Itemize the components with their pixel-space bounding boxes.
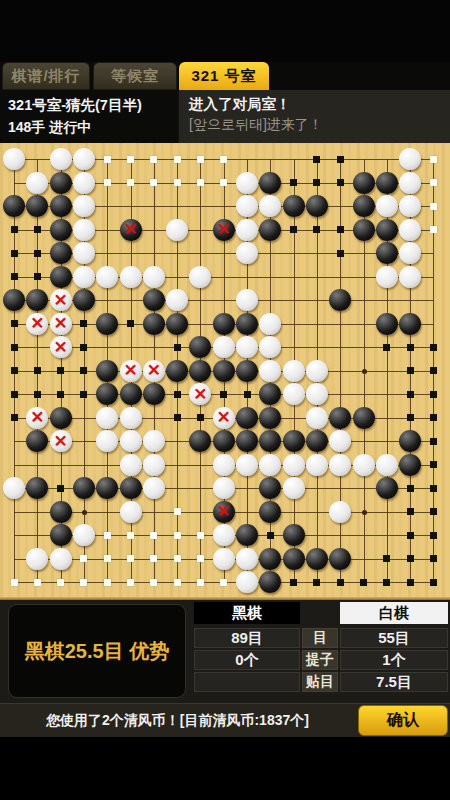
black-stone	[50, 195, 72, 217]
white-territory-marker	[430, 179, 437, 186]
black-territory-marker	[197, 414, 204, 421]
white-stone	[236, 219, 258, 241]
white-stone	[26, 548, 48, 570]
black-stone	[283, 195, 305, 217]
black-stone	[143, 383, 165, 405]
black-territory-marker	[11, 414, 18, 421]
white-stone	[236, 336, 258, 358]
white-territory-marker	[197, 579, 204, 586]
black-stone	[73, 289, 95, 311]
white-territory-value: 55目	[340, 628, 448, 648]
black-territory-marker	[313, 179, 320, 186]
move-status: 148手 进行中	[8, 116, 178, 138]
black-territory-marker	[34, 226, 41, 233]
white-stone	[306, 383, 328, 405]
white-stone	[259, 454, 281, 476]
black-stone	[259, 548, 281, 570]
dead-stone-x-mark: ✕	[26, 313, 48, 335]
white-territory-marker	[127, 156, 134, 163]
tab-room-321[interactable]: 321 号室	[179, 62, 269, 90]
room-info: 321号室-猜先(7目半) 148手 进行中	[8, 94, 178, 138]
white-stone	[213, 548, 235, 570]
white-territory-marker	[127, 555, 134, 562]
white-stone	[73, 148, 95, 170]
white-stone	[120, 266, 142, 288]
black-komi-value	[194, 672, 300, 692]
black-territory-marker	[220, 391, 227, 398]
black-stone	[236, 430, 258, 452]
black-stone	[143, 289, 165, 311]
black-stone	[189, 360, 211, 382]
star-point	[362, 369, 367, 374]
white-stone	[120, 407, 142, 429]
black-territory-marker	[337, 226, 344, 233]
black-stone	[166, 360, 188, 382]
room-title: 321号室-猜先(7目半)	[8, 94, 178, 116]
black-territory-marker	[80, 367, 87, 374]
black-territory-marker	[290, 579, 297, 586]
black-territory-marker	[430, 391, 437, 398]
white-stone	[120, 501, 142, 523]
white-stone	[236, 548, 258, 570]
white-stone	[189, 266, 211, 288]
black-territory-marker	[57, 367, 64, 374]
star-point	[362, 510, 367, 515]
black-territory-marker	[80, 320, 87, 327]
white-stone	[143, 266, 165, 288]
dead-stone-x-mark: ✕	[50, 289, 72, 311]
black-stone	[259, 383, 281, 405]
black-stone	[376, 477, 398, 499]
dead-stone-x-mark: ✕	[120, 219, 142, 241]
white-territory-marker	[174, 532, 181, 539]
white-stone	[376, 454, 398, 476]
white-territory-marker	[127, 532, 134, 539]
white-territory-marker	[197, 555, 204, 562]
white-stone	[120, 454, 142, 476]
white-stone	[283, 477, 305, 499]
white-stone	[376, 266, 398, 288]
black-stone	[259, 430, 281, 452]
black-stone	[213, 313, 235, 335]
bottom-black-area	[0, 737, 450, 800]
white-territory-marker	[104, 156, 111, 163]
black-territory-marker	[174, 344, 181, 351]
black-stone	[353, 172, 375, 194]
black-territory-marker	[430, 344, 437, 351]
white-stone	[73, 172, 95, 194]
white-stone	[399, 195, 421, 217]
black-stone	[376, 219, 398, 241]
dead-stone-x-mark: ✕	[213, 501, 235, 523]
white-stone	[73, 242, 95, 264]
black-territory-marker	[290, 226, 297, 233]
white-header[interactable]: 白棋	[340, 602, 448, 624]
black-stone	[329, 289, 351, 311]
dead-stone-x-mark: ✕	[120, 360, 142, 382]
white-stone	[259, 313, 281, 335]
black-territory-marker	[407, 555, 414, 562]
black-stone	[353, 219, 375, 241]
black-territory-marker	[430, 438, 437, 445]
black-territory-marker	[244, 391, 251, 398]
white-territory-marker	[104, 179, 111, 186]
black-stone	[353, 407, 375, 429]
black-territory-marker	[80, 391, 87, 398]
white-territory-marker	[80, 579, 87, 586]
white-stone	[166, 219, 188, 241]
white-stone	[399, 172, 421, 194]
black-stone	[166, 313, 188, 335]
white-territory-marker	[150, 555, 157, 562]
black-territory-marker	[407, 391, 414, 398]
white-stone	[213, 524, 235, 546]
black-captures-value: 0个	[194, 650, 300, 670]
black-territory-marker	[267, 532, 274, 539]
black-stone	[50, 524, 72, 546]
white-stone	[213, 336, 235, 358]
black-territory-marker	[313, 579, 320, 586]
black-stone	[306, 195, 328, 217]
white-stone	[376, 195, 398, 217]
black-territory-marker	[57, 485, 64, 492]
black-territory-marker	[34, 250, 41, 257]
chat-message-2: [앞으로뒤태]进来了！	[189, 116, 323, 134]
black-territory-marker	[34, 391, 41, 398]
star-point	[82, 510, 87, 515]
white-stone	[3, 148, 25, 170]
black-territory-marker	[127, 320, 134, 327]
white-territory-marker	[220, 179, 227, 186]
white-stone	[236, 195, 258, 217]
black-header: 黑棋	[194, 602, 300, 624]
white-stone	[306, 360, 328, 382]
coin-message: 您使用了2个清风币！[目前清风币:1837个]	[46, 712, 309, 730]
black-territory-marker	[430, 579, 437, 586]
white-stone	[96, 430, 118, 452]
white-stone	[259, 195, 281, 217]
black-territory-marker	[430, 414, 437, 421]
white-stone	[399, 148, 421, 170]
black-stone	[50, 172, 72, 194]
tab-kifu-ranking[interactable]: 棋谱/排行	[2, 62, 90, 90]
white-stone	[213, 477, 235, 499]
white-territory-marker	[11, 579, 18, 586]
black-stone	[376, 172, 398, 194]
black-territory-marker	[383, 555, 390, 562]
white-territory-marker	[127, 579, 134, 586]
white-territory-marker	[150, 156, 157, 163]
tab-waiting-room[interactable]: 等候室	[93, 62, 177, 90]
black-stone	[259, 501, 281, 523]
white-stone	[283, 360, 305, 382]
black-stone	[50, 266, 72, 288]
white-stone	[73, 524, 95, 546]
white-stone	[399, 219, 421, 241]
white-stone	[399, 242, 421, 264]
black-stone	[120, 383, 142, 405]
black-stone	[376, 313, 398, 335]
white-territory-marker	[197, 156, 204, 163]
dead-stone-x-mark: ✕	[50, 336, 72, 358]
black-territory-marker	[430, 555, 437, 562]
black-territory-marker	[360, 579, 367, 586]
black-stone	[236, 524, 258, 546]
white-stone	[143, 454, 165, 476]
black-territory-marker	[313, 156, 320, 163]
black-stone	[26, 430, 48, 452]
white-territory-marker	[127, 179, 134, 186]
black-territory-marker	[407, 367, 414, 374]
black-territory-marker	[407, 579, 414, 586]
black-stone	[353, 195, 375, 217]
white-territory-marker	[150, 579, 157, 586]
white-territory-marker	[104, 555, 111, 562]
black-stone	[26, 195, 48, 217]
dead-stone-x-mark: ✕	[213, 219, 235, 241]
dead-stone-x-mark: ✕	[50, 430, 72, 452]
white-stone	[236, 571, 258, 593]
white-territory-marker	[197, 532, 204, 539]
black-stone	[189, 430, 211, 452]
black-territory-marker	[407, 414, 414, 421]
black-stone	[189, 336, 211, 358]
dead-stone-x-mark: ✕	[50, 313, 72, 335]
black-stone	[259, 219, 281, 241]
black-stone	[329, 548, 351, 570]
chat-panel: 进入了对局室！ [앞으로뒤태]进来了！	[178, 90, 450, 143]
white-territory-marker	[174, 508, 181, 515]
black-stone	[3, 289, 25, 311]
black-territory-marker	[57, 391, 64, 398]
white-territory-marker	[34, 579, 41, 586]
white-territory-marker	[430, 203, 437, 210]
dead-stone-x-mark: ✕	[143, 360, 165, 382]
black-stone	[259, 172, 281, 194]
white-stone	[283, 383, 305, 405]
black-territory-marker	[337, 250, 344, 257]
black-territory-marker	[313, 226, 320, 233]
black-territory-marker	[430, 485, 437, 492]
white-stone	[26, 172, 48, 194]
black-stone	[26, 477, 48, 499]
white-stone	[259, 360, 281, 382]
black-stone	[236, 360, 258, 382]
white-territory-marker	[80, 555, 87, 562]
black-territory-marker	[174, 414, 181, 421]
status-bar	[0, 0, 450, 62]
white-territory-marker	[57, 579, 64, 586]
white-stone	[50, 548, 72, 570]
white-territory-marker	[150, 532, 157, 539]
white-stone	[143, 430, 165, 452]
black-territory-marker	[407, 344, 414, 351]
white-stone	[236, 289, 258, 311]
white-stone	[236, 172, 258, 194]
black-stone	[236, 407, 258, 429]
white-stone	[329, 430, 351, 452]
white-stone	[73, 195, 95, 217]
confirm-button[interactable]: 确认	[358, 705, 448, 736]
white-stone	[329, 454, 351, 476]
black-territory-marker	[430, 508, 437, 515]
black-territory-marker	[11, 250, 18, 257]
info-bar: 321号室-猜先(7目半) 148手 进行中 进入了对局室！ [앞으로뒤태]进来…	[0, 90, 450, 143]
go-board[interactable]: ✕✕✕✕✕✕✕✕✕✕✕✕✕	[0, 143, 450, 597]
white-territory-marker	[430, 226, 437, 233]
black-stone	[283, 548, 305, 570]
dead-stone-x-mark: ✕	[189, 383, 211, 405]
black-stone	[3, 195, 25, 217]
black-territory-marker	[383, 344, 390, 351]
black-territory-marker	[383, 579, 390, 586]
white-komi-value: 7.5目	[340, 672, 448, 692]
white-territory-marker	[104, 532, 111, 539]
black-stone	[306, 430, 328, 452]
black-stone	[259, 407, 281, 429]
dead-stone-x-mark: ✕	[26, 407, 48, 429]
tab-bar: 棋谱/排行 等候室 321 号室	[0, 62, 450, 90]
app-screen: 棋谱/排行 等候室 321 号室 321号室-猜先(7目半) 148手 进行中 …	[0, 0, 450, 800]
white-territory-marker	[174, 156, 181, 163]
white-territory-marker	[197, 179, 204, 186]
black-stone	[236, 313, 258, 335]
white-stone	[73, 266, 95, 288]
black-stone	[50, 242, 72, 264]
black-territory-marker	[11, 391, 18, 398]
white-territory-marker	[174, 555, 181, 562]
black-stone	[329, 407, 351, 429]
score-panel: 黑棋25.5目 优势 黑棋 白棋 89目 目 55目 0个 提子 1个 贴目 7…	[0, 600, 450, 703]
white-stone	[236, 454, 258, 476]
white-stone	[143, 477, 165, 499]
black-stone	[96, 383, 118, 405]
black-territory-value: 89目	[194, 628, 300, 648]
black-territory-marker	[11, 226, 18, 233]
black-stone	[96, 313, 118, 335]
komi-label: 贴目	[302, 672, 338, 692]
dead-stone-x-mark: ✕	[213, 407, 235, 429]
advantage-text: 黑棋25.5目 优势	[25, 638, 169, 665]
white-stone	[166, 289, 188, 311]
black-territory-marker	[337, 179, 344, 186]
black-stone	[96, 360, 118, 382]
black-territory-marker	[430, 461, 437, 468]
black-stone	[73, 477, 95, 499]
black-stone	[259, 477, 281, 499]
white-stone	[259, 336, 281, 358]
black-territory-marker	[407, 508, 414, 515]
white-stone	[120, 430, 142, 452]
black-territory-marker	[430, 367, 437, 374]
black-stone	[399, 454, 421, 476]
black-stone	[143, 313, 165, 335]
black-territory-marker	[174, 391, 181, 398]
black-stone	[259, 571, 281, 593]
black-stone	[283, 430, 305, 452]
black-territory-marker	[34, 273, 41, 280]
white-territory-marker	[104, 579, 111, 586]
black-territory-marker	[430, 532, 437, 539]
white-territory-marker	[174, 579, 181, 586]
black-territory-marker	[11, 320, 18, 327]
black-stone	[399, 430, 421, 452]
white-stone	[213, 454, 235, 476]
captures-label: 提子	[302, 650, 338, 670]
black-stone	[50, 501, 72, 523]
white-stone	[399, 266, 421, 288]
black-territory-marker	[337, 579, 344, 586]
black-territory-marker	[80, 344, 87, 351]
black-stone	[283, 524, 305, 546]
white-stone	[329, 501, 351, 523]
black-territory-marker	[11, 344, 18, 351]
white-captures-value: 1个	[340, 650, 448, 670]
white-territory-marker	[220, 579, 227, 586]
coin-bar: 您使用了2个清风币！[目前清风币:1837个] 确认	[0, 703, 450, 738]
black-territory-marker	[11, 273, 18, 280]
white-territory-marker	[150, 179, 157, 186]
black-territory-marker	[11, 367, 18, 374]
black-stone	[376, 242, 398, 264]
black-territory-marker	[34, 367, 41, 374]
black-stone	[213, 360, 235, 382]
white-territory-marker	[430, 156, 437, 163]
black-territory-marker	[407, 485, 414, 492]
black-stone	[50, 407, 72, 429]
white-stone	[73, 219, 95, 241]
black-stone	[26, 289, 48, 311]
white-territory-marker	[220, 156, 227, 163]
white-stone	[50, 148, 72, 170]
white-stone	[3, 477, 25, 499]
black-stone	[306, 548, 328, 570]
white-stone	[283, 454, 305, 476]
black-territory-marker	[290, 179, 297, 186]
territory-label: 目	[302, 628, 338, 648]
white-stone	[236, 242, 258, 264]
black-stone	[213, 430, 235, 452]
white-stone	[96, 266, 118, 288]
chat-message-1: 进入了对局室！	[189, 95, 291, 114]
white-stone	[353, 454, 375, 476]
white-stone	[306, 454, 328, 476]
white-territory-marker	[174, 179, 181, 186]
black-stone	[399, 313, 421, 335]
black-territory-marker	[337, 156, 344, 163]
advantage-box: 黑棋25.5目 优势	[8, 604, 186, 698]
white-stone	[306, 407, 328, 429]
white-stone	[96, 407, 118, 429]
black-stone	[50, 219, 72, 241]
black-stone	[120, 477, 142, 499]
black-stone	[96, 477, 118, 499]
black-territory-marker	[407, 532, 414, 539]
